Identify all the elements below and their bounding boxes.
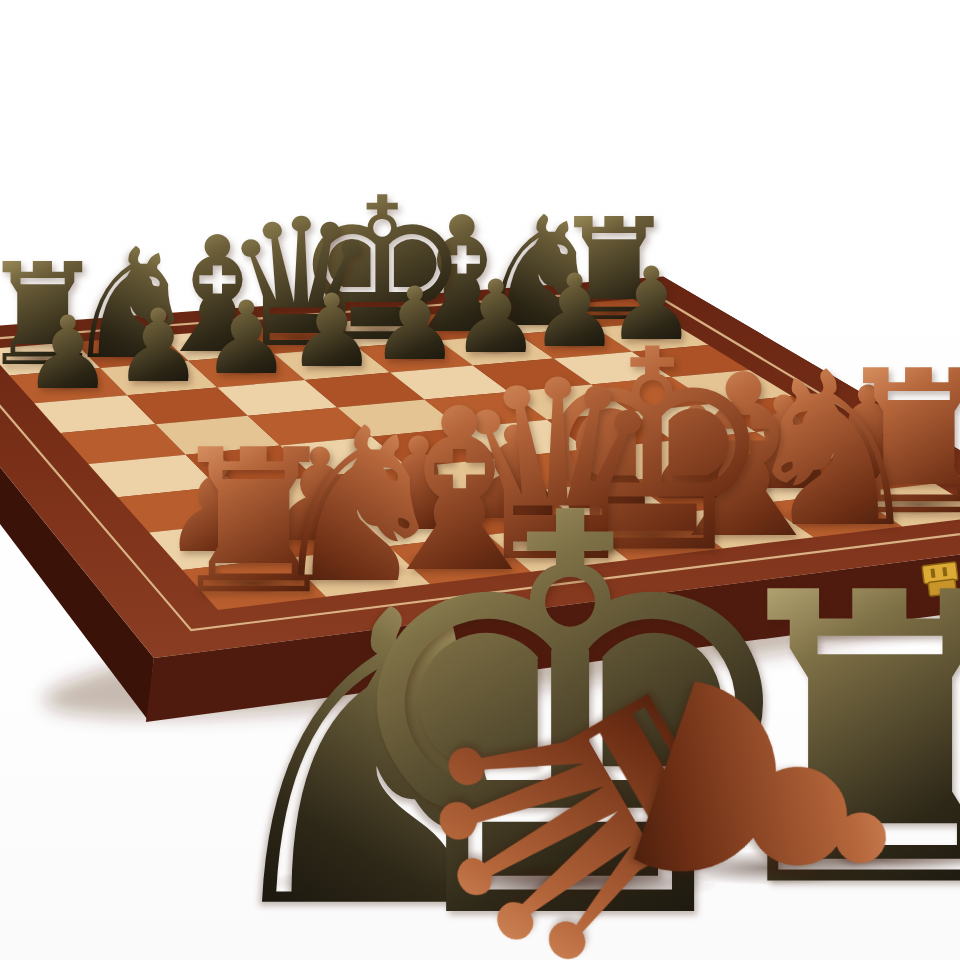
chess-board — [0, 0, 960, 960]
chess-set-photo-stage: ♜♞♝♛♚♝♞♜♟♟♟♟♟♟♟♟♟♟♟♟♟♟♟♟♜♞♝♛♚♝♞♜ ♞♚♛♟♜ — [0, 0, 960, 960]
